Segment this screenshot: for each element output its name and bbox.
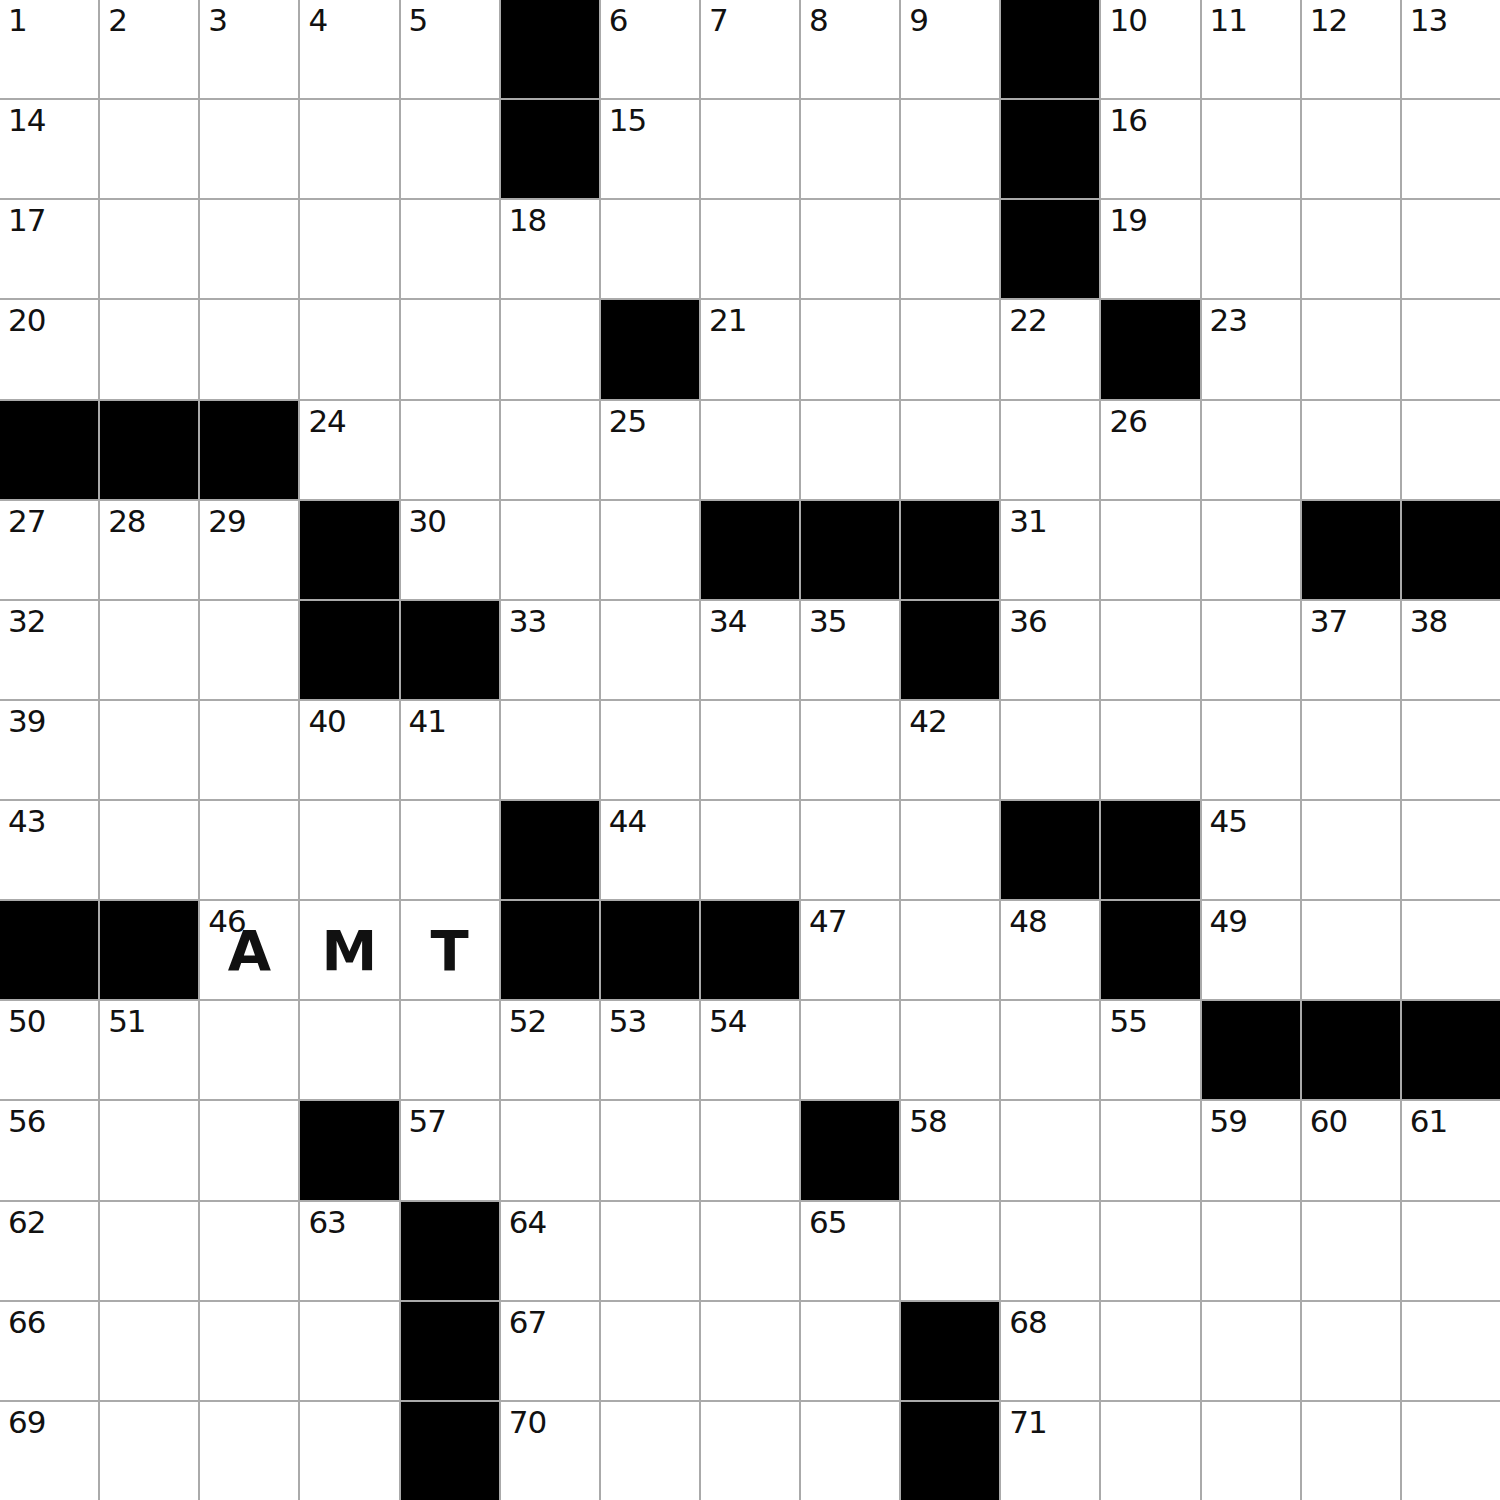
cell[interactable] [100,1302,198,1400]
cell[interactable]: 45 [1202,801,1300,899]
clue-number: 16 [1109,103,1146,137]
clue-number: 26 [1109,404,1146,438]
black-cell [601,901,699,999]
cell[interactable] [801,200,899,298]
cell[interactable]: 42 [901,701,999,799]
cell[interactable] [300,1001,398,1099]
cell[interactable] [501,501,599,599]
cell[interactable]: 3 [200,0,298,98]
clue-number: 53 [609,1004,646,1038]
black-cell [701,901,799,999]
cell[interactable] [501,701,599,799]
cell[interactable] [701,401,799,499]
clue-number: 40 [308,704,345,738]
cell[interactable]: 65 [801,1202,899,1300]
cell[interactable] [300,1302,398,1400]
cell[interactable]: 15 [601,100,699,198]
clue-number: 54 [709,1004,746,1038]
cell[interactable] [801,1302,899,1400]
cell[interactable]: 7 [701,0,799,98]
cell[interactable] [401,1001,499,1099]
cell[interactable] [1402,401,1500,499]
cell[interactable] [100,801,198,899]
cell[interactable] [1302,200,1400,298]
cell[interactable] [901,801,999,899]
cell[interactable]: 70 [501,1402,599,1500]
black-cell [0,901,98,999]
cell[interactable] [200,200,298,298]
cell[interactable] [1402,100,1500,198]
cell[interactable]: 5 [401,0,499,98]
cell[interactable]: 16 [1101,100,1199,198]
cell[interactable]: 1 [0,0,98,98]
cell[interactable] [200,1302,298,1400]
cell[interactable] [1101,601,1199,699]
clue-number: 7 [709,3,728,37]
cell[interactable]: 49 [1202,901,1300,999]
cell[interactable]: 10 [1101,0,1199,98]
cell[interactable] [1402,1402,1500,1500]
black-cell [1202,1001,1300,1099]
clue-number: 13 [1410,3,1447,37]
cell[interactable]: 55 [1101,1001,1199,1099]
cell[interactable]: 11 [1202,0,1300,98]
cell[interactable]: 69 [0,1402,98,1500]
cell[interactable]: 41 [401,701,499,799]
cell[interactable] [701,701,799,799]
black-cell [901,1302,999,1400]
cell[interactable] [300,801,398,899]
cell[interactable] [901,100,999,198]
cell[interactable] [801,1402,899,1500]
cell[interactable]: 34 [701,601,799,699]
cell[interactable] [401,401,499,499]
cell[interactable]: 35 [801,601,899,699]
clue-number: 48 [1009,904,1046,938]
clue-number: 42 [909,704,946,738]
cell[interactable] [601,501,699,599]
clue-number: 43 [8,804,45,838]
cell[interactable]: 71 [1001,1402,1099,1500]
cell-letter: M [300,901,398,999]
black-cell [1302,501,1400,599]
cell[interactable] [901,1202,999,1300]
cell[interactable] [901,1001,999,1099]
black-cell [401,1302,499,1400]
cell[interactable]: 68 [1001,1302,1099,1400]
black-cell [1101,901,1199,999]
cell[interactable] [701,801,799,899]
cell[interactable] [1302,401,1400,499]
cell[interactable] [1202,1202,1300,1300]
cell[interactable]: 24 [300,401,398,499]
cell[interactable] [601,1202,699,1300]
black-cell [401,1202,499,1300]
cell[interactable] [100,1202,198,1300]
black-cell [801,501,899,599]
clue-number: 32 [8,604,45,638]
clue-number: 49 [1210,904,1247,938]
cell[interactable] [1001,1001,1099,1099]
cell[interactable] [801,701,899,799]
cell[interactable] [901,901,999,999]
black-cell [300,1101,398,1199]
cell[interactable]: 17 [0,200,98,298]
cell[interactable] [901,200,999,298]
cell[interactable] [801,100,899,198]
cell[interactable]: 22 [1001,300,1099,398]
clue-number: 71 [1009,1405,1046,1439]
cell[interactable] [501,1101,599,1199]
black-cell [501,901,599,999]
cell[interactable] [1202,100,1300,198]
cell[interactable]: 60 [1302,1101,1400,1199]
cell[interactable] [1402,701,1500,799]
black-cell [501,100,599,198]
clue-number: 9 [909,3,928,37]
black-cell [200,401,298,499]
cell[interactable] [1202,200,1300,298]
cell[interactable] [1402,200,1500,298]
black-cell [901,501,999,599]
cell[interactable] [1302,300,1400,398]
cell[interactable]: 9 [901,0,999,98]
cell[interactable] [300,300,398,398]
cell[interactable]: 64 [501,1202,599,1300]
cell[interactable]: 29 [200,501,298,599]
cell[interactable]: 25 [601,401,699,499]
clue-number: 68 [1009,1305,1046,1339]
cell[interactable]: 61 [1402,1101,1500,1199]
cell[interactable] [1202,701,1300,799]
clue-number: 38 [1410,604,1447,638]
black-cell [300,601,398,699]
clue-number: 63 [308,1205,345,1239]
cell[interactable] [1402,300,1500,398]
cell[interactable] [501,401,599,499]
cell[interactable]: 62 [0,1202,98,1300]
cell[interactable] [200,1001,298,1099]
clue-number: 65 [809,1205,846,1239]
black-cell [1101,300,1199,398]
cell[interactable]: 12 [1302,0,1400,98]
cell[interactable] [1302,1402,1400,1500]
clue-number: 57 [409,1104,446,1138]
cell[interactable]: 33 [501,601,599,699]
clue-number: 23 [1210,303,1247,337]
cell[interactable] [701,1402,799,1500]
clue-number: 4 [308,3,327,37]
cell[interactable]: 36 [1001,601,1099,699]
black-cell [0,401,98,499]
cell[interactable] [1101,501,1199,599]
clue-number: 56 [8,1104,45,1138]
black-cell [401,601,499,699]
cell[interactable] [801,1001,899,1099]
cell[interactable] [1302,100,1400,198]
clue-number: 47 [809,904,846,938]
black-cell [100,901,198,999]
clue-number: 25 [609,404,646,438]
clue-number: 18 [509,203,546,237]
black-cell [801,1101,899,1199]
clue-number: 28 [108,504,145,538]
clue-number: 51 [108,1004,145,1038]
black-cell [901,1402,999,1500]
clue-number: 58 [909,1104,946,1138]
black-cell [1402,501,1500,599]
cell[interactable] [1001,1101,1099,1199]
cell[interactable]: 39 [0,701,98,799]
cell[interactable]: 32 [0,601,98,699]
clue-number: 59 [1210,1104,1247,1138]
black-cell [601,300,699,398]
cell[interactable] [601,200,699,298]
clue-number: 36 [1009,604,1046,638]
cell[interactable] [701,1302,799,1400]
cell[interactable] [1001,701,1099,799]
cell[interactable] [100,701,198,799]
clue-number: 37 [1310,604,1347,638]
cell[interactable] [1302,901,1400,999]
cell[interactable]: 46A [200,901,298,999]
clue-number: 55 [1109,1004,1146,1038]
clue-number: 20 [8,303,45,337]
cell[interactable] [401,200,499,298]
cell[interactable] [701,200,799,298]
cell[interactable]: M [300,901,398,999]
cell[interactable]: 48 [1001,901,1099,999]
cell[interactable] [300,100,398,198]
cell[interactable]: 53 [601,1001,699,1099]
cell[interactable] [401,100,499,198]
cell[interactable]: 14 [0,100,98,198]
clue-number: 12 [1310,3,1347,37]
cell[interactable] [1001,1202,1099,1300]
clue-number: 21 [709,303,746,337]
clue-number: 1 [8,3,27,37]
clue-number: 31 [1009,504,1046,538]
cell[interactable]: 40 [300,701,398,799]
clue-number: 3 [208,3,227,37]
cell[interactable] [1402,901,1500,999]
cell[interactable] [100,100,198,198]
cell[interactable]: 47 [801,901,899,999]
black-cell [1001,0,1099,98]
clue-number: 33 [509,604,546,638]
cell[interactable] [601,601,699,699]
black-cell [501,801,599,899]
clue-number: 50 [8,1004,45,1038]
cell[interactable]: 66 [0,1302,98,1400]
black-cell [901,601,999,699]
clue-number: 15 [609,103,646,137]
clue-number: 67 [509,1305,546,1339]
cell[interactable] [200,100,298,198]
cell[interactable]: 43 [0,801,98,899]
clue-number: 66 [8,1305,45,1339]
cell[interactable] [801,801,899,899]
cell[interactable] [801,300,899,398]
cell[interactable] [100,1101,198,1199]
black-cell [401,1402,499,1500]
black-cell [1001,200,1099,298]
cell[interactable] [100,1402,198,1500]
cell[interactable] [1101,1202,1199,1300]
cell[interactable] [1302,801,1400,899]
black-cell [1001,801,1099,899]
cell[interactable] [601,1101,699,1199]
cell[interactable] [200,801,298,899]
cell[interactable] [1001,401,1099,499]
clue-number: 30 [409,504,446,538]
clue-number: 45 [1210,804,1247,838]
cell[interactable] [1402,1202,1500,1300]
black-cell [501,0,599,98]
clue-number: 22 [1009,303,1046,337]
cell[interactable]: 6 [601,0,699,98]
black-cell [1302,1001,1400,1099]
cell[interactable] [100,300,198,398]
cell[interactable] [1101,701,1199,799]
clue-number: 60 [1310,1104,1347,1138]
cell[interactable] [701,1101,799,1199]
black-cell [300,501,398,599]
cell[interactable] [1202,601,1300,699]
cell[interactable]: 23 [1202,300,1300,398]
cell[interactable]: 28 [100,501,198,599]
crossword-grid: 1234567891011121314151617181920212223242… [0,0,1500,1500]
cell[interactable] [501,300,599,398]
cell[interactable]: 37 [1302,601,1400,699]
clue-number: 27 [8,504,45,538]
cell[interactable]: 52 [501,1001,599,1099]
cell[interactable] [200,300,298,398]
cell[interactable]: 51 [100,1001,198,1099]
cell[interactable]: T [401,901,499,999]
clue-number: 34 [709,604,746,638]
cell[interactable]: 44 [601,801,699,899]
cell[interactable]: 54 [701,1001,799,1099]
cell[interactable] [1202,401,1300,499]
cell[interactable]: 38 [1402,601,1500,699]
cell[interactable] [1202,1402,1300,1500]
black-cell [100,401,198,499]
cell[interactable] [1202,501,1300,599]
cell[interactable]: 57 [401,1101,499,1199]
clue-number: 41 [409,704,446,738]
cell[interactable] [1302,701,1400,799]
black-cell [1001,100,1099,198]
cell[interactable] [1402,1302,1500,1400]
cell[interactable]: 31 [1001,501,1099,599]
cell[interactable] [1302,1202,1400,1300]
clue-number: 5 [409,3,428,37]
cell[interactable] [601,1402,699,1500]
cell[interactable]: 4 [300,0,398,98]
clue-number: 52 [509,1004,546,1038]
clue-number: 39 [8,704,45,738]
clue-number: 19 [1109,203,1146,237]
cell[interactable] [1101,1101,1199,1199]
cell[interactable] [100,601,198,699]
cell[interactable] [601,701,699,799]
cell[interactable]: 63 [300,1202,398,1300]
cell[interactable]: 59 [1202,1101,1300,1199]
cell[interactable]: 26 [1101,401,1199,499]
cell[interactable]: 21 [701,300,799,398]
black-cell [1101,801,1199,899]
cell[interactable] [300,200,398,298]
cell[interactable] [1101,1302,1199,1400]
cell[interactable] [200,1402,298,1500]
clue-number: 24 [308,404,345,438]
cell[interactable]: 19 [1101,200,1199,298]
cell[interactable]: 2 [100,0,198,98]
cell[interactable] [1402,801,1500,899]
cell[interactable]: 13 [1402,0,1500,98]
clue-number: 69 [8,1405,45,1439]
clue-number: 29 [208,504,245,538]
cell[interactable]: 20 [0,300,98,398]
cell-letter: T [401,901,499,999]
cell[interactable] [801,401,899,499]
cell[interactable] [701,100,799,198]
cell[interactable]: 56 [0,1101,98,1199]
black-cell [1402,1001,1500,1099]
clue-number: 35 [809,604,846,638]
cell[interactable] [901,401,999,499]
cell[interactable]: 27 [0,501,98,599]
clue-number: 10 [1109,3,1146,37]
cell[interactable]: 50 [0,1001,98,1099]
cell[interactable] [200,1101,298,1199]
cell[interactable] [100,200,198,298]
clue-number: 6 [609,3,628,37]
cell[interactable] [601,1302,699,1400]
clue-number: 61 [1410,1104,1447,1138]
cell[interactable] [300,1402,398,1500]
clue-number: 62 [8,1205,45,1239]
black-cell [701,501,799,599]
cell[interactable]: 30 [401,501,499,599]
clue-number: 17 [8,203,45,237]
clue-number: 2 [108,3,127,37]
clue-number: 44 [609,804,646,838]
cell[interactable]: 58 [901,1101,999,1199]
clue-number: 11 [1210,3,1247,37]
cell[interactable] [1202,1302,1300,1400]
clue-number: 70 [509,1405,546,1439]
cell[interactable]: 18 [501,200,599,298]
cell[interactable] [401,300,499,398]
cell[interactable]: 67 [501,1302,599,1400]
cell[interactable] [200,601,298,699]
cell[interactable] [1101,1402,1199,1500]
cell[interactable] [200,701,298,799]
cell[interactable] [200,1202,298,1300]
clue-number: 8 [809,3,828,37]
cell-letter: A [200,901,298,999]
cell[interactable] [901,300,999,398]
clue-number: 14 [8,103,45,137]
cell[interactable] [1302,1302,1400,1400]
clue-number: 64 [509,1205,546,1239]
cell[interactable]: 8 [801,0,899,98]
cell[interactable] [401,801,499,899]
cell[interactable] [701,1202,799,1300]
